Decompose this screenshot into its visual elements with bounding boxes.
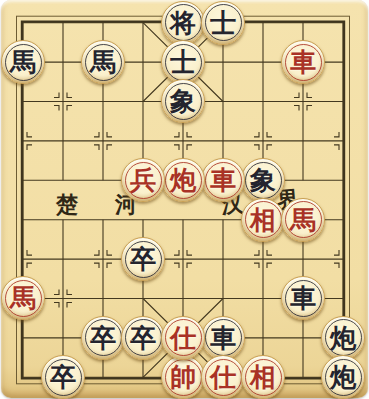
piece-glyph: 車 bbox=[210, 159, 236, 201]
black-chariot[interactable]: 車 bbox=[201, 316, 245, 360]
red-horse[interactable]: 馬 bbox=[281, 198, 325, 242]
piece-glyph: 仕 bbox=[170, 317, 196, 359]
black-soldier[interactable]: 卒 bbox=[121, 316, 165, 360]
red-elephant[interactable]: 相 bbox=[241, 355, 285, 399]
red-cannon[interactable]: 炮 bbox=[161, 158, 205, 202]
piece-glyph: 車 bbox=[210, 317, 236, 359]
piece-glyph: 卒 bbox=[130, 317, 156, 359]
piece-glyph: 卒 bbox=[50, 356, 76, 398]
piece-glyph: 象 bbox=[250, 159, 276, 201]
piece-glyph: 馬 bbox=[10, 277, 36, 319]
piece-glyph: 卒 bbox=[130, 238, 156, 280]
piece-glyph: 卒 bbox=[90, 317, 116, 359]
black-advisor[interactable]: 士 bbox=[161, 40, 205, 84]
red-advisor[interactable]: 仕 bbox=[201, 355, 245, 399]
board: 将士士馬馬象象車車炮炮卒卒卒卒帥仕仕相相馬馬車車炮兵 bbox=[3, 3, 363, 397]
piece-glyph: 炮 bbox=[330, 317, 356, 359]
black-advisor[interactable]: 士 bbox=[201, 1, 245, 45]
piece-glyph: 炮 bbox=[170, 159, 196, 201]
black-elephant[interactable]: 象 bbox=[241, 158, 285, 202]
piece-glyph: 車 bbox=[290, 41, 316, 83]
piece-glyph: 将 bbox=[170, 2, 196, 44]
black-horse[interactable]: 馬 bbox=[1, 40, 45, 84]
red-elephant[interactable]: 相 bbox=[241, 198, 285, 242]
black-chariot[interactable]: 車 bbox=[281, 276, 325, 320]
black-cannon[interactable]: 炮 bbox=[321, 316, 365, 360]
red-general[interactable]: 帥 bbox=[161, 355, 205, 399]
black-soldier[interactable]: 卒 bbox=[41, 355, 85, 399]
piece-glyph: 馬 bbox=[290, 199, 316, 241]
red-chariot[interactable]: 車 bbox=[281, 40, 325, 84]
black-elephant[interactable]: 象 bbox=[161, 79, 205, 123]
red-chariot[interactable]: 車 bbox=[201, 158, 245, 202]
piece-glyph: 士 bbox=[170, 41, 196, 83]
piece-glyph: 仕 bbox=[210, 356, 236, 398]
board-grid[interactable]: 将士士馬馬象象車車炮炮卒卒卒卒帥仕仕相相馬馬車車炮兵 bbox=[3, 3, 363, 397]
piece-glyph: 兵 bbox=[130, 159, 156, 201]
black-cannon[interactable]: 炮 bbox=[321, 355, 365, 399]
red-horse[interactable]: 馬 bbox=[1, 276, 45, 320]
piece-glyph: 馬 bbox=[90, 41, 116, 83]
piece-glyph: 馬 bbox=[10, 41, 36, 83]
piece-glyph: 象 bbox=[170, 80, 196, 122]
red-soldier[interactable]: 兵 bbox=[121, 158, 165, 202]
piece-glyph: 車 bbox=[290, 277, 316, 319]
piece-glyph: 士 bbox=[210, 2, 236, 44]
app: 将士士馬馬象象車車炮炮卒卒卒卒帥仕仕相相馬馬車車炮兵 楚河 汉界 bbox=[0, 0, 369, 399]
red-advisor[interactable]: 仕 bbox=[161, 316, 205, 360]
piece-glyph: 相 bbox=[250, 199, 276, 241]
black-general[interactable]: 将 bbox=[161, 1, 205, 45]
piece-glyph: 帥 bbox=[170, 356, 196, 398]
piece-glyph: 炮 bbox=[330, 356, 356, 398]
black-horse[interactable]: 馬 bbox=[81, 40, 125, 84]
black-soldier[interactable]: 卒 bbox=[81, 316, 125, 360]
piece-glyph: 相 bbox=[250, 356, 276, 398]
black-soldier[interactable]: 卒 bbox=[121, 237, 165, 281]
